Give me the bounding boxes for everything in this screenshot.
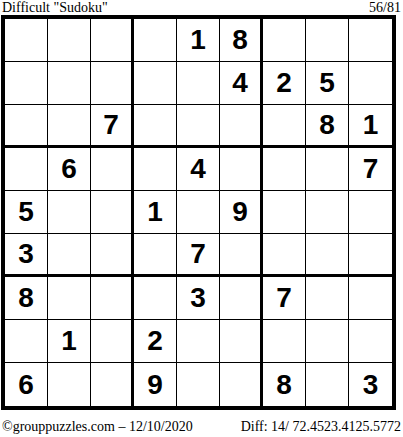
cell-r3c6[interactable] xyxy=(220,105,263,148)
cell-r8c2-given: 1 xyxy=(48,320,91,363)
cell-r4c1[interactable] xyxy=(5,148,48,191)
cell-r7c1-given: 8 xyxy=(5,277,48,320)
sudoku-page: Difficult "Sudoku" 56/81 184257816475193… xyxy=(0,0,403,437)
cell-r5c6-given: 9 xyxy=(220,191,263,234)
cell-r6c9[interactable] xyxy=(349,234,392,277)
cell-r9c1-given: 6 xyxy=(5,363,48,406)
cell-r7c8[interactable] xyxy=(306,277,349,320)
cell-r6c2[interactable] xyxy=(48,234,91,277)
cell-r5c4-given: 1 xyxy=(134,191,177,234)
cell-r4c4[interactable] xyxy=(134,148,177,191)
cell-r2c8-given: 5 xyxy=(306,62,349,105)
cell-r8c6[interactable] xyxy=(220,320,263,363)
footer: ©grouppuzzles.com – 12/10/2020 Diff: 14/… xyxy=(0,419,403,435)
cell-r9c7-given: 8 xyxy=(263,363,306,406)
cell-r6c3[interactable] xyxy=(91,234,134,277)
cell-r2c7-given: 2 xyxy=(263,62,306,105)
cell-r3c5[interactable] xyxy=(177,105,220,148)
difficulty-text: Diff: 14/ 72.4523.4125.5772 xyxy=(241,419,401,435)
cell-r4c5-given: 4 xyxy=(177,148,220,191)
cell-r7c5-given: 3 xyxy=(177,277,220,320)
cell-r1c8[interactable] xyxy=(306,19,349,62)
cell-r5c5[interactable] xyxy=(177,191,220,234)
empty-cell-counter: 56/81 xyxy=(369,0,401,15)
cell-r7c6[interactable] xyxy=(220,277,263,320)
copyright-text: ©grouppuzzles.com – 12/10/2020 xyxy=(2,419,193,435)
cell-r3c9-given: 1 xyxy=(349,105,392,148)
cell-r8c1[interactable] xyxy=(5,320,48,363)
cell-r5c7[interactable] xyxy=(263,191,306,234)
cell-r9c9-given: 3 xyxy=(349,363,392,406)
cell-r2c1[interactable] xyxy=(5,62,48,105)
cell-r2c2[interactable] xyxy=(48,62,91,105)
cell-r2c4[interactable] xyxy=(134,62,177,105)
cell-r1c2[interactable] xyxy=(48,19,91,62)
cell-r1c1[interactable] xyxy=(5,19,48,62)
cell-r1c7[interactable] xyxy=(263,19,306,62)
cell-r8c8[interactable] xyxy=(306,320,349,363)
cell-r2c3[interactable] xyxy=(91,62,134,105)
cell-r6c4[interactable] xyxy=(134,234,177,277)
cell-r8c5[interactable] xyxy=(177,320,220,363)
cell-r1c9[interactable] xyxy=(349,19,392,62)
sudoku-board: 1842578164751937837126983 xyxy=(1,15,396,410)
cell-r9c3[interactable] xyxy=(91,363,134,406)
cell-r9c6[interactable] xyxy=(220,363,263,406)
cell-r6c8[interactable] xyxy=(306,234,349,277)
cell-r3c7[interactable] xyxy=(263,105,306,148)
cell-r7c9[interactable] xyxy=(349,277,392,320)
cell-r9c4-given: 9 xyxy=(134,363,177,406)
cell-r2c6-given: 4 xyxy=(220,62,263,105)
cell-r4c3[interactable] xyxy=(91,148,134,191)
cell-r9c5[interactable] xyxy=(177,363,220,406)
cell-r1c6-given: 8 xyxy=(220,19,263,62)
cell-r5c9[interactable] xyxy=(349,191,392,234)
cell-r4c8[interactable] xyxy=(306,148,349,191)
cell-r3c1[interactable] xyxy=(5,105,48,148)
cell-r8c4-given: 2 xyxy=(134,320,177,363)
cell-r2c9[interactable] xyxy=(349,62,392,105)
cell-r1c3[interactable] xyxy=(91,19,134,62)
cell-r7c4[interactable] xyxy=(134,277,177,320)
cell-r9c2[interactable] xyxy=(48,363,91,406)
cell-r7c2[interactable] xyxy=(48,277,91,320)
cell-r5c1-given: 5 xyxy=(5,191,48,234)
cell-r4c6[interactable] xyxy=(220,148,263,191)
cell-r7c3[interactable] xyxy=(91,277,134,320)
cell-r6c1-given: 3 xyxy=(5,234,48,277)
cell-r6c7[interactable] xyxy=(263,234,306,277)
cell-r5c8[interactable] xyxy=(306,191,349,234)
cell-r5c3[interactable] xyxy=(91,191,134,234)
header: Difficult "Sudoku" 56/81 xyxy=(0,0,403,15)
cell-r4c7[interactable] xyxy=(263,148,306,191)
page-title: Difficult "Sudoku" xyxy=(2,0,108,15)
cell-r7c7-given: 7 xyxy=(263,277,306,320)
cell-r8c3[interactable] xyxy=(91,320,134,363)
cell-r1c4[interactable] xyxy=(134,19,177,62)
cell-r3c2[interactable] xyxy=(48,105,91,148)
cell-r8c7[interactable] xyxy=(263,320,306,363)
cell-r5c2[interactable] xyxy=(48,191,91,234)
cell-r3c3-given: 7 xyxy=(91,105,134,148)
cell-r3c8-given: 8 xyxy=(306,105,349,148)
cell-r8c9[interactable] xyxy=(349,320,392,363)
cell-r9c8[interactable] xyxy=(306,363,349,406)
cell-r4c2-given: 6 xyxy=(48,148,91,191)
cell-r6c6[interactable] xyxy=(220,234,263,277)
cell-r4c9-given: 7 xyxy=(349,148,392,191)
cell-r2c5[interactable] xyxy=(177,62,220,105)
cell-r6c5-given: 7 xyxy=(177,234,220,277)
cell-r3c4[interactable] xyxy=(134,105,177,148)
cell-r1c5-given: 1 xyxy=(177,19,220,62)
